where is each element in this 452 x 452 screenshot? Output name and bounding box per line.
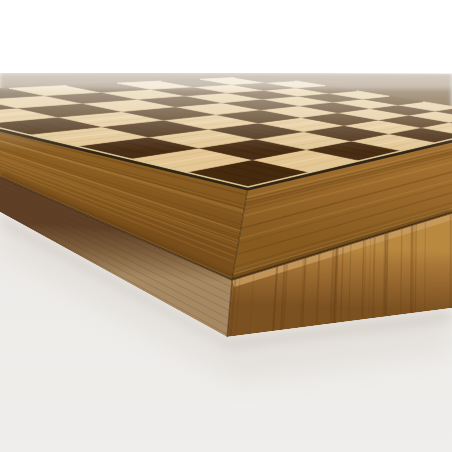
board-photo-scene	[0, 0, 452, 452]
horizon-glare	[0, 73, 452, 89]
chessboard-product-photo	[0, 0, 452, 452]
edge-grain	[411, 225, 412, 313]
edge-grain	[415, 224, 416, 313]
edge-grain	[413, 225, 414, 313]
edge-grain	[386, 233, 387, 317]
